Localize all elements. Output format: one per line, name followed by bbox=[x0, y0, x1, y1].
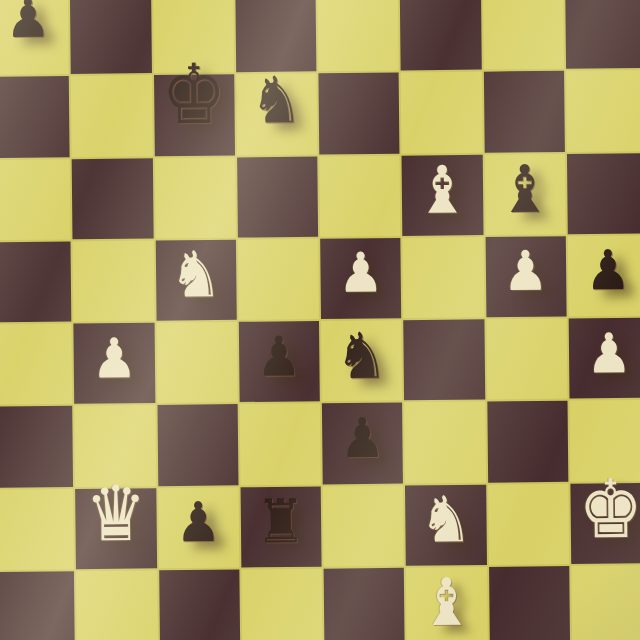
square-h8 bbox=[565, 0, 640, 69]
board-photo: ♟♚♞♝♝♞♟♟♟♟♟♞♟♟♛♟♜♞♚♝ bbox=[0, 0, 640, 640]
piece-black-king-c7: ♚ bbox=[161, 53, 226, 137]
square-f7 bbox=[401, 72, 482, 153]
piece-black-bishop-g6: ♝ bbox=[497, 156, 552, 222]
square-d2: ♜ bbox=[240, 486, 321, 567]
square-d7: ♞ bbox=[236, 74, 317, 155]
piece-black-pawn-h5: ♟ bbox=[585, 243, 631, 298]
piece-black-pawn-a8: ♟ bbox=[5, 0, 51, 45]
square-f3 bbox=[404, 402, 485, 483]
square-g7 bbox=[483, 71, 564, 152]
piece-white-pawn-b4: ♟ bbox=[91, 331, 137, 386]
square-f5 bbox=[403, 237, 484, 318]
piece-white-pawn-h4: ♟ bbox=[586, 325, 632, 380]
square-f2: ♞ bbox=[405, 484, 486, 565]
piece-white-knight-f2: ♞ bbox=[419, 488, 472, 552]
square-b1 bbox=[76, 570, 157, 640]
square-c1 bbox=[159, 569, 240, 640]
square-f1: ♝ bbox=[406, 567, 487, 640]
square-h7 bbox=[566, 70, 640, 151]
square-c5: ♞ bbox=[155, 239, 236, 320]
piece-white-pawn-e5: ♟ bbox=[338, 246, 384, 301]
square-b4: ♟ bbox=[74, 323, 155, 404]
square-d6 bbox=[237, 156, 318, 237]
square-g3 bbox=[487, 401, 568, 482]
chess-board: ♟♚♞♝♝♞♟♟♟♟♟♞♟♟♛♟♜♞♚♝ bbox=[0, 0, 640, 640]
square-d3 bbox=[239, 403, 320, 484]
square-b2: ♛ bbox=[75, 488, 156, 569]
square-d4: ♟ bbox=[239, 321, 320, 402]
square-a5 bbox=[0, 241, 72, 322]
square-a1 bbox=[0, 571, 75, 640]
piece-black-pawn-e3: ♟ bbox=[339, 411, 385, 466]
square-c3 bbox=[157, 404, 238, 485]
square-a2 bbox=[0, 489, 74, 570]
square-f4 bbox=[403, 319, 484, 400]
square-c6 bbox=[154, 157, 235, 238]
piece-white-pawn-g5: ♟ bbox=[503, 244, 549, 299]
square-g8 bbox=[482, 0, 563, 70]
square-b5 bbox=[73, 240, 154, 321]
square-g2 bbox=[488, 483, 569, 564]
square-g1 bbox=[489, 566, 570, 640]
square-e8 bbox=[318, 0, 399, 72]
piece-black-knight-e4: ♞ bbox=[335, 324, 388, 388]
piece-black-pawn-d4: ♟ bbox=[256, 329, 302, 384]
square-g6: ♝ bbox=[484, 154, 565, 235]
piece-black-rook-d2: ♜ bbox=[256, 491, 307, 552]
square-b7 bbox=[71, 75, 152, 156]
square-f6: ♝ bbox=[402, 154, 483, 235]
square-c7: ♚ bbox=[154, 74, 235, 155]
square-d5 bbox=[238, 239, 319, 320]
square-h1 bbox=[571, 565, 640, 640]
square-a6 bbox=[0, 159, 71, 240]
square-a8: ♟ bbox=[0, 0, 69, 75]
square-c2: ♟ bbox=[158, 487, 239, 568]
square-e3: ♟ bbox=[322, 403, 403, 484]
square-e4: ♞ bbox=[321, 320, 402, 401]
square-d1 bbox=[241, 568, 322, 640]
square-b8 bbox=[70, 0, 151, 74]
square-f8 bbox=[400, 0, 481, 71]
square-c4 bbox=[156, 322, 237, 403]
square-b6 bbox=[72, 158, 153, 239]
square-a7 bbox=[0, 76, 70, 157]
square-e2 bbox=[323, 485, 404, 566]
square-e1 bbox=[324, 568, 405, 640]
square-g4 bbox=[486, 318, 567, 399]
square-g5: ♟ bbox=[485, 236, 566, 317]
square-h2: ♚ bbox=[570, 482, 640, 563]
square-a4 bbox=[0, 324, 72, 405]
square-h6 bbox=[567, 153, 640, 234]
piece-black-pawn-c2: ♟ bbox=[175, 495, 221, 550]
square-h5: ♟ bbox=[568, 235, 640, 316]
piece-black-knight-d7: ♞ bbox=[250, 67, 303, 132]
piece-white-king-h2: ♚ bbox=[578, 468, 640, 549]
piece-white-knight-c5: ♞ bbox=[169, 243, 222, 307]
square-e6 bbox=[319, 155, 400, 236]
square-a3 bbox=[0, 406, 73, 487]
square-e5: ♟ bbox=[320, 238, 401, 319]
board-wrap: ♟♚♞♝♝♞♟♟♟♟♟♞♟♟♛♟♜♞♚♝ bbox=[0, 0, 640, 640]
piece-white-bishop-f6: ♝ bbox=[415, 157, 470, 223]
square-e7 bbox=[318, 73, 399, 154]
piece-white-queen-b2: ♛ bbox=[85, 476, 147, 553]
piece-white-bishop-f1: ♝ bbox=[419, 569, 474, 635]
square-h4: ♟ bbox=[568, 318, 640, 399]
